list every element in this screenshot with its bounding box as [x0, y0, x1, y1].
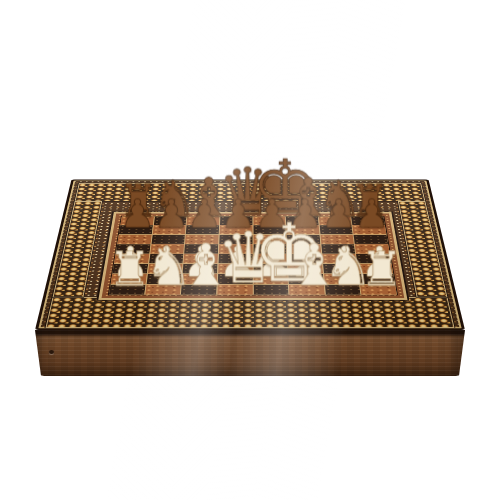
light-bishop-c1[interactable]: ♝ [180, 236, 215, 294]
dark-pawn-c7[interactable]: ♟ [187, 194, 220, 233]
product-photo: ♜♞♝♛♚♝♞♜♟♟♟♟♟♟♟♟♟♟♟♟♟♟♟♟♜♞♝♛♚♝♞♜ [0, 0, 500, 500]
light-bishop-f1[interactable]: ♝ [288, 236, 323, 294]
pieces-layer: ♜♞♝♛♚♝♞♜♟♟♟♟♟♟♟♟♟♟♟♟♟♟♟♟♜♞♝♛♚♝♞♜ [108, 216, 398, 295]
light-knight-g1[interactable]: ♞ [325, 239, 360, 293]
dark-pawn-g7[interactable]: ♟ [321, 194, 354, 233]
dark-pawn-h7[interactable]: ♟ [355, 194, 388, 233]
box-front-wood-face [35, 330, 465, 376]
light-queen-d1[interactable]: ♛ [216, 222, 251, 293]
light-rook-a1[interactable]: ♜ [108, 245, 143, 293]
light-king-e1[interactable]: ♚ [252, 213, 287, 294]
dark-pawn-b7[interactable]: ♟ [153, 194, 186, 233]
keyhole-icon [49, 350, 54, 354]
chess-box-scene: ♜♞♝♛♚♝♞♜♟♟♟♟♟♟♟♟♟♟♟♟♟♟♟♟♜♞♝♛♚♝♞♜ [0, 0, 500, 500]
box-top-mosaic-surface: ♜♞♝♛♚♝♞♜♟♟♟♟♟♟♟♟♟♟♟♟♟♟♟♟♜♞♝♛♚♝♞♜ [35, 179, 465, 330]
dark-pawn-a7[interactable]: ♟ [120, 194, 153, 233]
light-knight-b1[interactable]: ♞ [144, 239, 179, 293]
light-rook-h1[interactable]: ♜ [361, 245, 396, 293]
